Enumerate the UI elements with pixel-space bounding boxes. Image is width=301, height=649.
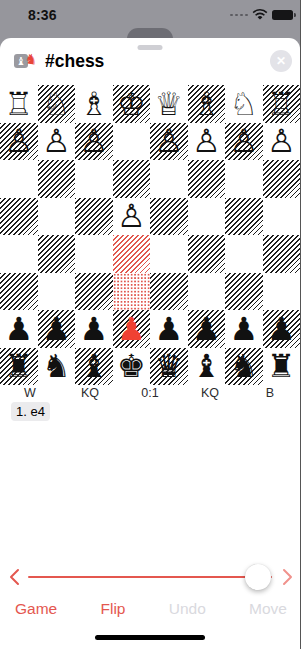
square-f5[interactable] bbox=[75, 235, 113, 273]
piece-n: ♞ bbox=[42, 350, 71, 382]
square-e7[interactable]: ♟ bbox=[113, 310, 151, 348]
undo-button: Undo bbox=[169, 600, 206, 618]
piece-P: ♙ bbox=[117, 200, 146, 232]
piece-N: ♘ bbox=[229, 88, 258, 120]
square-e5[interactable] bbox=[113, 235, 151, 273]
square-g4[interactable] bbox=[38, 198, 76, 236]
action-buttons: GameFlipUndoMove bbox=[15, 600, 287, 618]
piece-P: ♙ bbox=[154, 125, 183, 157]
cellular-signal-icon bbox=[230, 14, 248, 17]
chess-app-icon: ♝ ♞ bbox=[14, 51, 42, 73]
square-a4[interactable] bbox=[263, 198, 301, 236]
square-h4[interactable] bbox=[0, 198, 38, 236]
info-label-1: KQ bbox=[60, 386, 120, 400]
piece-Q: ♕ bbox=[154, 88, 183, 120]
square-e3[interactable] bbox=[113, 160, 151, 198]
square-g6[interactable] bbox=[38, 273, 76, 311]
piece-p: ♟ bbox=[267, 313, 296, 345]
game-button[interactable]: Game bbox=[15, 600, 57, 618]
square-h6[interactable] bbox=[0, 273, 38, 311]
square-b6[interactable] bbox=[225, 273, 263, 311]
square-b1[interactable]: ♘ bbox=[225, 85, 263, 123]
square-h5[interactable] bbox=[0, 235, 38, 273]
piece-K: ♔ bbox=[117, 88, 146, 120]
square-f4[interactable] bbox=[75, 198, 113, 236]
game-info-row: WKQ0:1KQB bbox=[0, 386, 300, 400]
piece-P: ♙ bbox=[192, 125, 221, 157]
move-button: Move bbox=[249, 600, 287, 618]
square-e4[interactable]: ♙ bbox=[113, 198, 151, 236]
piece-p: ♟ bbox=[192, 313, 221, 345]
wifi-icon bbox=[252, 9, 268, 21]
square-a6[interactable] bbox=[263, 273, 301, 311]
piece-N: ♘ bbox=[42, 88, 71, 120]
move-slider bbox=[0, 564, 300, 590]
piece-b: ♝ bbox=[192, 350, 221, 382]
square-g8[interactable]: ♞ bbox=[38, 348, 76, 386]
square-f8[interactable]: ♝ bbox=[75, 348, 113, 386]
square-d7[interactable]: ♟ bbox=[150, 310, 188, 348]
square-d3[interactable] bbox=[150, 160, 188, 198]
square-b2[interactable]: ♙ bbox=[225, 123, 263, 161]
square-f1[interactable]: ♗ bbox=[75, 85, 113, 123]
piece-B: ♗ bbox=[79, 88, 108, 120]
square-g3[interactable] bbox=[38, 160, 76, 198]
status-time: 8:36 bbox=[28, 7, 57, 23]
piece-q: ♛ bbox=[154, 350, 183, 382]
square-d5[interactable] bbox=[150, 235, 188, 273]
square-a5[interactable] bbox=[263, 235, 301, 273]
square-h3[interactable] bbox=[0, 160, 38, 198]
piece-k: ♚ bbox=[117, 350, 146, 382]
piece-b: ♝ bbox=[79, 350, 108, 382]
square-f6[interactable] bbox=[75, 273, 113, 311]
piece-r: ♜ bbox=[267, 350, 296, 382]
square-g7[interactable]: ♟ bbox=[38, 310, 76, 348]
square-a1[interactable]: ♖ bbox=[263, 85, 301, 123]
square-b4[interactable] bbox=[225, 198, 263, 236]
square-a2[interactable]: ♙ bbox=[263, 123, 301, 161]
square-c3[interactable] bbox=[188, 160, 226, 198]
battery-icon bbox=[272, 10, 293, 21]
phone-screen: 8:36 ♝ ♞ #chess ✕ ♖♘♗♔♕♗♘♖♙♙♙♙♙♙♙♙♟♟♟♟♟♟… bbox=[0, 0, 300, 649]
piece-p: ♟ bbox=[79, 313, 108, 345]
sheet-title: #chess bbox=[45, 51, 104, 72]
square-c8[interactable]: ♝ bbox=[188, 348, 226, 386]
piece-P: ♙ bbox=[42, 125, 71, 157]
status-icons bbox=[230, 9, 293, 21]
close-button[interactable]: ✕ bbox=[270, 50, 292, 72]
square-h8[interactable]: ♜ bbox=[0, 348, 38, 386]
info-label-2: 0:1 bbox=[120, 386, 180, 400]
square-d4[interactable] bbox=[150, 198, 188, 236]
piece-p: ♟ bbox=[229, 313, 258, 345]
square-b3[interactable] bbox=[225, 160, 263, 198]
square-g1[interactable]: ♘ bbox=[38, 85, 76, 123]
square-c5[interactable] bbox=[188, 235, 226, 273]
piece-p: ♟ bbox=[117, 313, 146, 345]
piece-p: ♟ bbox=[4, 313, 33, 345]
square-c4[interactable] bbox=[188, 198, 226, 236]
piece-B: ♗ bbox=[192, 88, 221, 120]
slider-track[interactable] bbox=[28, 576, 272, 578]
square-d8[interactable]: ♛ bbox=[150, 348, 188, 386]
square-f7[interactable]: ♟ bbox=[75, 310, 113, 348]
square-e2[interactable] bbox=[113, 123, 151, 161]
square-c7[interactable]: ♟ bbox=[188, 310, 226, 348]
square-h1[interactable]: ♖ bbox=[0, 85, 38, 123]
move-list: 1. e4 bbox=[11, 402, 50, 421]
square-g5[interactable] bbox=[38, 235, 76, 273]
piece-R: ♖ bbox=[4, 88, 33, 120]
piece-r: ♜ bbox=[4, 350, 33, 382]
step-back-chevron-icon[interactable] bbox=[8, 567, 20, 587]
piece-P: ♙ bbox=[79, 125, 108, 157]
square-c2[interactable]: ♙ bbox=[188, 123, 226, 161]
piece-P: ♙ bbox=[4, 125, 33, 157]
info-label-4: B bbox=[240, 386, 300, 400]
square-b7[interactable]: ♟ bbox=[225, 310, 263, 348]
red-knight-icon: ♞ bbox=[24, 51, 38, 67]
flip-button[interactable]: Flip bbox=[100, 600, 125, 618]
piece-P: ♙ bbox=[267, 125, 296, 157]
square-f2[interactable]: ♙ bbox=[75, 123, 113, 161]
piece-p: ♟ bbox=[154, 313, 183, 345]
square-b5[interactable] bbox=[225, 235, 263, 273]
square-d1[interactable]: ♕ bbox=[150, 85, 188, 123]
square-e8[interactable]: ♚ bbox=[113, 348, 151, 386]
slider-thumb[interactable] bbox=[245, 564, 271, 590]
piece-R: ♖ bbox=[267, 88, 296, 120]
piece-n: ♞ bbox=[229, 350, 258, 382]
piece-P: ♙ bbox=[229, 125, 258, 157]
square-h7[interactable]: ♟ bbox=[0, 310, 38, 348]
square-g2[interactable]: ♙ bbox=[38, 123, 76, 161]
home-indicator[interactable] bbox=[95, 635, 205, 640]
square-e6[interactable] bbox=[113, 273, 151, 311]
info-label-0: W bbox=[0, 386, 60, 400]
step-forward-chevron-icon[interactable] bbox=[282, 567, 294, 587]
info-label-3: KQ bbox=[180, 386, 240, 400]
square-a3[interactable] bbox=[263, 160, 301, 198]
square-d6[interactable] bbox=[150, 273, 188, 311]
square-f3[interactable] bbox=[75, 160, 113, 198]
sheet-grab-handle[interactable] bbox=[138, 45, 163, 50]
square-c6[interactable] bbox=[188, 273, 226, 311]
square-a8[interactable]: ♜ bbox=[263, 348, 301, 386]
piece-p: ♟ bbox=[42, 313, 71, 345]
square-d2[interactable]: ♙ bbox=[150, 123, 188, 161]
square-h2[interactable]: ♙ bbox=[0, 123, 38, 161]
square-b8[interactable]: ♞ bbox=[225, 348, 263, 386]
move-entry[interactable]: 1. e4 bbox=[11, 402, 50, 421]
square-c1[interactable]: ♗ bbox=[188, 85, 226, 123]
chess-sheet: ♝ ♞ #chess ✕ ♖♘♗♔♕♗♘♖♙♙♙♙♙♙♙♙♟♟♟♟♟♟♟♟♜♞♝… bbox=[0, 38, 300, 649]
square-a7[interactable]: ♟ bbox=[263, 310, 301, 348]
chess-board: ♖♘♗♔♕♗♘♖♙♙♙♙♙♙♙♙♟♟♟♟♟♟♟♟♜♞♝♚♛♝♞♜ bbox=[0, 85, 300, 385]
square-e1[interactable]: ♔ bbox=[113, 85, 151, 123]
